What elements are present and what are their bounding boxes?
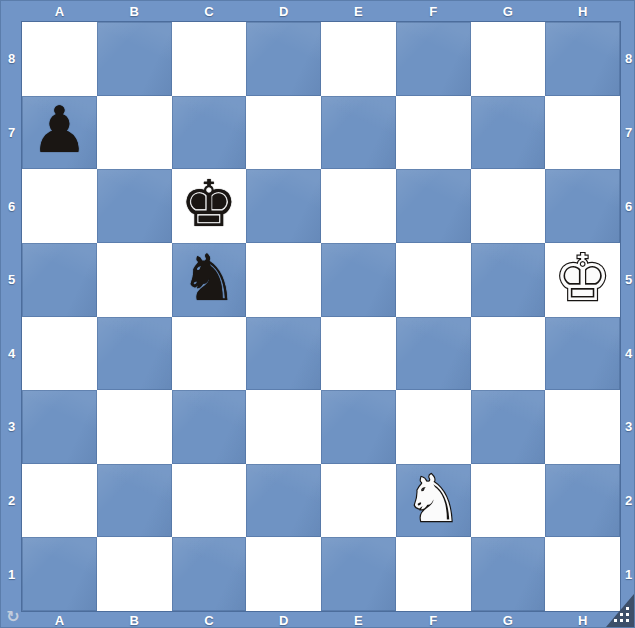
- rank-labels-right: 87654321: [621, 22, 635, 611]
- square-g8[interactable]: [471, 22, 546, 96]
- square-d1[interactable]: [246, 537, 321, 611]
- file-label-e: E: [321, 611, 396, 628]
- square-c4[interactable]: [172, 317, 247, 391]
- square-h7[interactable]: [545, 96, 620, 170]
- square-g1[interactable]: [471, 537, 546, 611]
- rank-label-8: 8: [1, 22, 22, 96]
- square-c7[interactable]: [172, 96, 247, 170]
- rank-label-3: 3: [1, 390, 22, 464]
- square-a5[interactable]: [22, 243, 97, 317]
- square-d7[interactable]: [246, 96, 321, 170]
- black-king[interactable]: ♚: [180, 172, 237, 236]
- file-label-d: D: [246, 611, 321, 628]
- rank-label-2: 2: [621, 464, 635, 538]
- square-a6[interactable]: [22, 169, 97, 243]
- square-f5[interactable]: [396, 243, 471, 317]
- square-a1[interactable]: [22, 537, 97, 611]
- rank-label-3: 3: [621, 390, 635, 464]
- square-e1[interactable]: [321, 537, 396, 611]
- square-d2[interactable]: [246, 464, 321, 538]
- rank-label-4: 4: [1, 317, 22, 391]
- rank-label-7: 7: [621, 96, 635, 170]
- square-e6[interactable]: [321, 169, 396, 243]
- square-e7[interactable]: [321, 96, 396, 170]
- file-labels-bottom: ABCDEFGH: [22, 611, 620, 628]
- square-g3[interactable]: [471, 390, 546, 464]
- rank-label-2: 2: [1, 464, 22, 538]
- square-f2[interactable]: ♞: [396, 464, 471, 538]
- square-a3[interactable]: [22, 390, 97, 464]
- square-b7[interactable]: [97, 96, 172, 170]
- white-knight[interactable]: ♞: [404, 467, 461, 531]
- board: ♟♚♞♚♞: [22, 22, 620, 611]
- black-knight[interactable]: ♞: [180, 246, 237, 310]
- rank-label-1: 1: [1, 537, 22, 611]
- file-label-d: D: [246, 1, 321, 22]
- square-a4[interactable]: [22, 317, 97, 391]
- square-h4[interactable]: [545, 317, 620, 391]
- file-label-a: A: [22, 611, 97, 628]
- square-d3[interactable]: [246, 390, 321, 464]
- square-c6[interactable]: ♚: [172, 169, 247, 243]
- rank-label-5: 5: [1, 243, 22, 317]
- square-c8[interactable]: [172, 22, 247, 96]
- square-e4[interactable]: [321, 317, 396, 391]
- square-d4[interactable]: [246, 317, 321, 391]
- square-h2[interactable]: [545, 464, 620, 538]
- square-g4[interactable]: [471, 317, 546, 391]
- chess-diagram-widget: ABCDEFGH ABCDEFGH 87654321 87654321 ♟♚♞♚…: [0, 0, 635, 628]
- rank-label-6: 6: [621, 169, 635, 243]
- square-a7[interactable]: ♟: [22, 96, 97, 170]
- square-e5[interactable]: [321, 243, 396, 317]
- square-h6[interactable]: [545, 169, 620, 243]
- square-b6[interactable]: [97, 169, 172, 243]
- square-g5[interactable]: [471, 243, 546, 317]
- rank-label-4: 4: [621, 317, 635, 391]
- flip-board-icon[interactable]: ↻: [4, 608, 22, 626]
- square-e3[interactable]: [321, 390, 396, 464]
- square-b4[interactable]: [97, 317, 172, 391]
- square-h8[interactable]: [545, 22, 620, 96]
- square-f3[interactable]: [396, 390, 471, 464]
- rank-label-8: 8: [621, 22, 635, 96]
- rank-labels-left: 87654321: [1, 22, 22, 611]
- square-e8[interactable]: [321, 22, 396, 96]
- square-c1[interactable]: [172, 537, 247, 611]
- square-b5[interactable]: [97, 243, 172, 317]
- file-label-e: E: [321, 1, 396, 22]
- square-g7[interactable]: [471, 96, 546, 170]
- rank-label-5: 5: [621, 243, 635, 317]
- square-a2[interactable]: [22, 464, 97, 538]
- square-f4[interactable]: [396, 317, 471, 391]
- file-label-f: F: [396, 611, 471, 628]
- square-g6[interactable]: [471, 169, 546, 243]
- file-label-b: B: [97, 1, 172, 22]
- white-king[interactable]: ♚: [554, 246, 611, 310]
- square-f7[interactable]: [396, 96, 471, 170]
- file-label-c: C: [172, 1, 247, 22]
- file-labels-top: ABCDEFGH: [22, 1, 620, 22]
- square-b1[interactable]: [97, 537, 172, 611]
- file-label-f: F: [396, 1, 471, 22]
- square-c5[interactable]: ♞: [172, 243, 247, 317]
- rank-label-7: 7: [1, 96, 22, 170]
- square-f6[interactable]: [396, 169, 471, 243]
- square-b3[interactable]: [97, 390, 172, 464]
- square-f8[interactable]: [396, 22, 471, 96]
- square-h3[interactable]: [545, 390, 620, 464]
- square-h1[interactable]: [545, 537, 620, 611]
- file-label-g: G: [471, 611, 546, 628]
- square-d6[interactable]: [246, 169, 321, 243]
- file-label-h: H: [545, 1, 620, 22]
- square-f1[interactable]: [396, 537, 471, 611]
- square-g2[interactable]: [471, 464, 546, 538]
- file-label-a: A: [22, 1, 97, 22]
- square-a8[interactable]: [22, 22, 97, 96]
- square-h5[interactable]: ♚: [545, 243, 620, 317]
- rank-label-6: 6: [1, 169, 22, 243]
- square-b2[interactable]: [97, 464, 172, 538]
- square-d5[interactable]: [246, 243, 321, 317]
- square-b8[interactable]: [97, 22, 172, 96]
- file-label-b: B: [97, 611, 172, 628]
- square-d8[interactable]: [246, 22, 321, 96]
- black-pawn[interactable]: ♟: [31, 98, 88, 162]
- file-label-g: G: [471, 1, 546, 22]
- square-c3[interactable]: [172, 390, 247, 464]
- square-c2[interactable]: [172, 464, 247, 538]
- file-label-c: C: [172, 611, 247, 628]
- square-e2[interactable]: [321, 464, 396, 538]
